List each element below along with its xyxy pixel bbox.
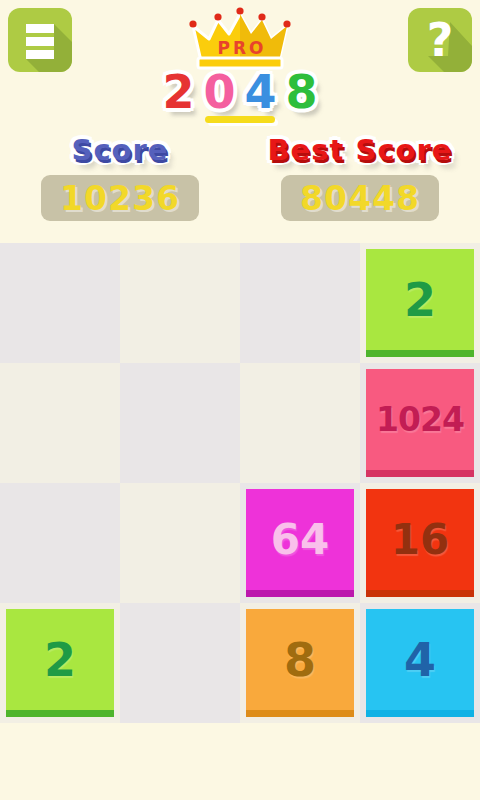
grid-cell-r4c3: 8 [240, 603, 360, 723]
tile-8: 8 [246, 609, 354, 717]
best-score-label: Best Score [268, 133, 453, 167]
tile-2: 2 [6, 609, 114, 717]
grid-cell-r3c3: 64 [240, 483, 360, 603]
menu-button[interactable] [8, 8, 72, 72]
tile-2: 2 [366, 249, 474, 357]
grid-cell-r1c1 [0, 243, 120, 363]
best-score-value-box: 80448 [281, 175, 439, 221]
app-screen: ? PRO 2048 Score 10236 Best Score 80448 [0, 0, 480, 800]
game-title: 2048 [0, 68, 480, 116]
scores-row: Score 10236 Best Score 80448 [0, 133, 480, 221]
game-board[interactable]: 210246416284 [0, 243, 480, 723]
score-value-box: 10236 [41, 175, 199, 221]
grid-cell-r4c1: 2 [0, 603, 120, 723]
grid-cell-r2c3 [240, 363, 360, 483]
score-label: Score [72, 133, 169, 167]
grid-cell-r1c2 [120, 243, 240, 363]
grid-cell-r3c4: 16 [360, 483, 480, 603]
best-score-panel: Best Score 80448 [240, 133, 480, 221]
title-digit-2: 2 [162, 65, 203, 119]
tile-64: 64 [246, 489, 354, 597]
tile-16: 16 [366, 489, 474, 597]
grid-cell-r2c1 [0, 363, 120, 483]
title-digit-8: 8 [286, 65, 327, 119]
grid-cell-r3c2 [120, 483, 240, 603]
pro-badge: PRO [217, 38, 266, 58]
grid-cell-r2c2 [120, 363, 240, 483]
title-digit-4: 4 [245, 65, 286, 119]
crown-icon: PRO [181, 4, 299, 74]
help-button[interactable]: ? [408, 8, 472, 72]
hamburger-icon [8, 8, 72, 72]
score-panel: Score 10236 [0, 133, 240, 221]
best-score-value: 80448 [300, 179, 420, 218]
tile-4: 4 [366, 609, 474, 717]
grid-cell-r4c4: 4 [360, 603, 480, 723]
tile-1024: 1024 [366, 369, 474, 477]
title-underline [205, 116, 275, 123]
grid-cell-r1c3 [240, 243, 360, 363]
title-digit-0: 0 [203, 65, 244, 119]
score-value: 10236 [60, 179, 180, 218]
svg-text:?: ? [427, 13, 454, 67]
grid-cell-r4c2 [120, 603, 240, 723]
grid-cell-r1c4: 2 [360, 243, 480, 363]
grid-cell-r2c4: 1024 [360, 363, 480, 483]
question-mark-icon: ? [408, 8, 472, 72]
grid-cell-r3c1 [0, 483, 120, 603]
